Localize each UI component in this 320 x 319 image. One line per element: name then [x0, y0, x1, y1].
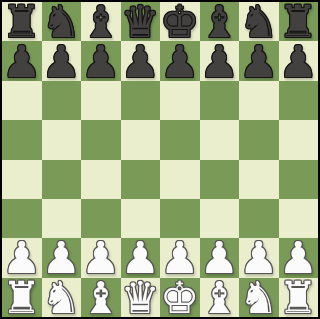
piece-black-pawn[interactable]: ♟: [121, 42, 160, 81]
square-d6[interactable]: [121, 81, 161, 120]
square-h7[interactable]: ♟: [279, 41, 319, 80]
piece-white-knight[interactable]: ♞: [42, 278, 81, 317]
piece-white-bishop[interactable]: ♝: [200, 278, 239, 317]
square-c6[interactable]: [81, 81, 121, 120]
square-e7[interactable]: ♟: [160, 41, 200, 80]
square-a6[interactable]: [2, 81, 42, 120]
square-e6[interactable]: [160, 81, 200, 120]
piece-white-king[interactable]: ♚: [160, 278, 199, 317]
piece-black-pawn[interactable]: ♟: [81, 42, 120, 81]
square-g6[interactable]: [239, 81, 279, 120]
square-h6[interactable]: [279, 81, 319, 120]
piece-black-pawn[interactable]: ♟: [2, 42, 41, 81]
square-c7[interactable]: ♟: [81, 41, 121, 80]
piece-white-bishop[interactable]: ♝: [81, 278, 120, 317]
square-g4[interactable]: [239, 160, 279, 199]
square-f7[interactable]: ♟: [200, 41, 240, 80]
piece-white-rook[interactable]: ♜: [279, 278, 318, 317]
piece-black-pawn[interactable]: ♟: [160, 42, 199, 81]
square-f5[interactable]: [200, 120, 240, 159]
piece-white-queen[interactable]: ♛: [121, 278, 160, 317]
square-h4[interactable]: [279, 160, 319, 199]
square-a4[interactable]: [2, 160, 42, 199]
square-e5[interactable]: [160, 120, 200, 159]
square-d4[interactable]: [121, 160, 161, 199]
square-b4[interactable]: [42, 160, 82, 199]
square-b6[interactable]: [42, 81, 82, 120]
square-c4[interactable]: [81, 160, 121, 199]
square-g7[interactable]: ♟: [239, 41, 279, 80]
square-d1[interactable]: ♛: [121, 278, 161, 317]
square-e4[interactable]: [160, 160, 200, 199]
square-a7[interactable]: ♟: [2, 41, 42, 80]
board-frame: ♜♞♝♛♚♝♞♜♟♟♟♟♟♟♟♟♟♟♟♟♟♟♟♟♜♞♝♛♚♝♞♜: [0, 0, 320, 319]
square-f6[interactable]: [200, 81, 240, 120]
piece-black-pawn[interactable]: ♟: [239, 42, 278, 81]
piece-white-rook[interactable]: ♜: [2, 278, 41, 317]
square-b1[interactable]: ♞: [42, 278, 82, 317]
square-g1[interactable]: ♞: [239, 278, 279, 317]
piece-black-pawn[interactable]: ♟: [200, 42, 239, 81]
square-g5[interactable]: [239, 120, 279, 159]
piece-black-pawn[interactable]: ♟: [279, 42, 318, 81]
square-f4[interactable]: [200, 160, 240, 199]
square-c5[interactable]: [81, 120, 121, 159]
chess-board: ♜♞♝♛♚♝♞♜♟♟♟♟♟♟♟♟♟♟♟♟♟♟♟♟♜♞♝♛♚♝♞♜: [2, 2, 318, 317]
square-c1[interactable]: ♝: [81, 278, 121, 317]
square-h1[interactable]: ♜: [279, 278, 319, 317]
square-b7[interactable]: ♟: [42, 41, 82, 80]
square-f1[interactable]: ♝: [200, 278, 240, 317]
piece-white-knight[interactable]: ♞: [239, 278, 278, 317]
square-a1[interactable]: ♜: [2, 278, 42, 317]
square-a5[interactable]: [2, 120, 42, 159]
square-h5[interactable]: [279, 120, 319, 159]
square-d5[interactable]: [121, 120, 161, 159]
piece-black-pawn[interactable]: ♟: [42, 42, 81, 81]
square-d7[interactable]: ♟: [121, 41, 161, 80]
square-e1[interactable]: ♚: [160, 278, 200, 317]
square-b5[interactable]: [42, 120, 82, 159]
